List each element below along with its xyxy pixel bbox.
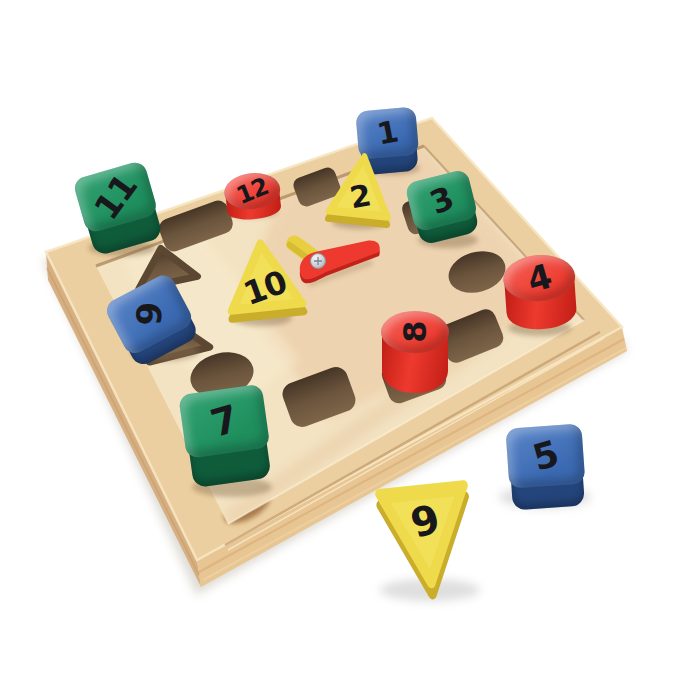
- block-triangle-10[interactable]: 10: [220, 234, 308, 322]
- block-cube-11[interactable]: 11: [72, 160, 172, 280]
- scene: 123457891011129: [0, 0, 700, 700]
- block-cylinder-8[interactable]: 8: [381, 311, 449, 417]
- block-cylinder-4[interactable]: 4: [502, 253, 581, 356]
- block-triangle-2[interactable]: 2: [324, 149, 397, 228]
- blocks-layer: 123457891011129: [0, 0, 700, 700]
- block-cube-7[interactable]: 7: [178, 384, 278, 513]
- block-cube-5[interactable]: 5: [505, 423, 588, 534]
- block-cube-3[interactable]: 3: [404, 169, 487, 270]
- block-number: 9: [119, 276, 180, 352]
- block-triangle-9[interactable]: 9: [374, 481, 479, 602]
- block-cylinder-12[interactable]: 12: [222, 170, 285, 245]
- block-number: 8: [394, 298, 436, 366]
- block-cube-9[interactable]: 9: [103, 271, 213, 391]
